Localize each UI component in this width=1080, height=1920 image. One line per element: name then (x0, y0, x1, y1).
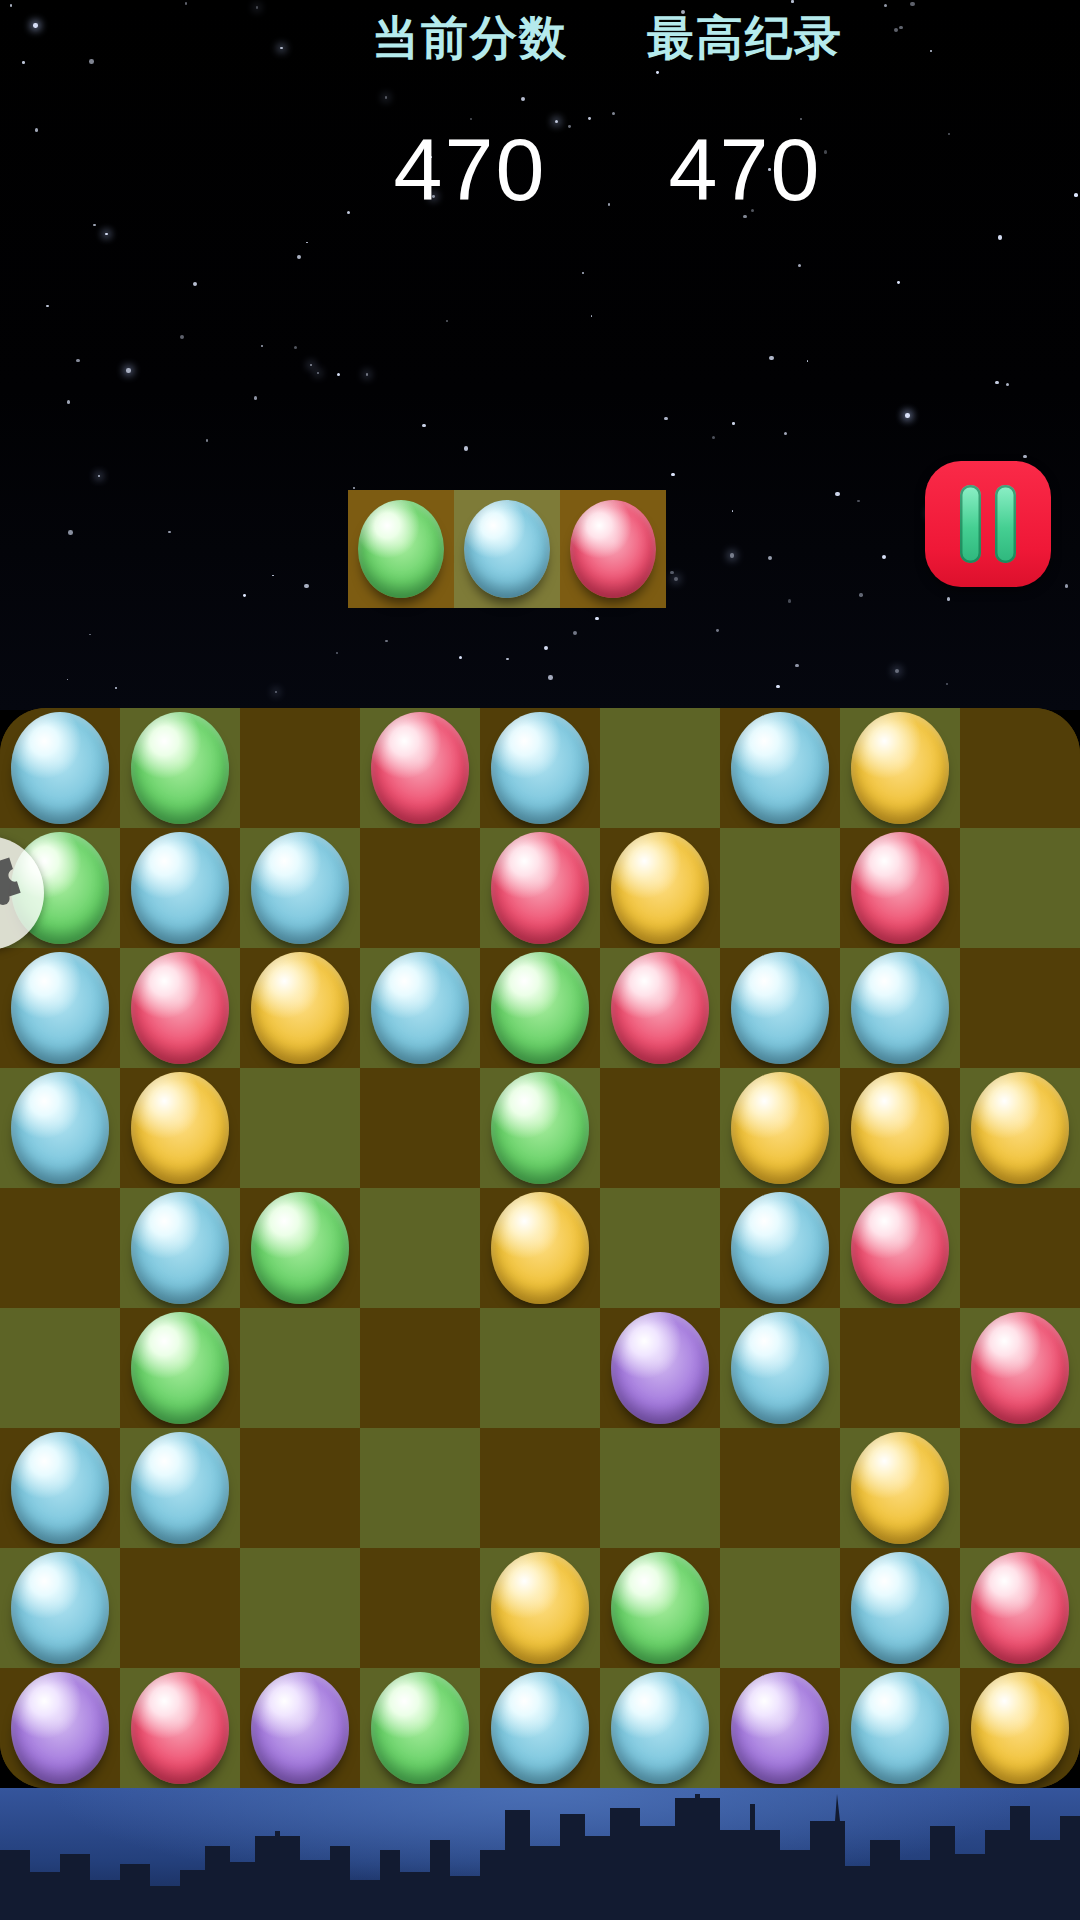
board-cell-r4c0[interactable] (0, 1188, 120, 1308)
board-cell-r5c5[interactable] (600, 1308, 720, 1428)
star (769, 356, 774, 361)
board-cell-r2c6[interactable] (720, 948, 840, 1068)
board-cell-r8c3[interactable] (360, 1668, 480, 1788)
board-cell-r2c3[interactable] (360, 948, 480, 1068)
star (946, 683, 948, 685)
blue-ball[interactable] (731, 712, 829, 824)
board-cell-r6c4[interactable] (480, 1428, 600, 1548)
blue-ball[interactable] (851, 952, 949, 1064)
star (1074, 193, 1078, 197)
star (998, 235, 1003, 240)
star (807, 360, 808, 361)
board-cell-r5c0[interactable] (0, 1308, 120, 1428)
star (664, 417, 667, 420)
board-cell-r5c6[interactable] (720, 1308, 840, 1428)
star (859, 593, 862, 596)
star (275, 691, 277, 693)
star (1065, 584, 1068, 587)
star (895, 669, 899, 673)
red-ball[interactable] (491, 832, 589, 944)
green-ball[interactable] (131, 1312, 229, 1424)
star (294, 346, 298, 350)
board-cell-r0c0[interactable] (0, 708, 120, 828)
pause-button[interactable] (925, 461, 1051, 587)
red-ball[interactable] (131, 952, 229, 1064)
board-cell-r8c1[interactable] (120, 1668, 240, 1788)
star (573, 631, 577, 635)
green-ball[interactable] (371, 1672, 469, 1784)
green-ball[interactable] (611, 1552, 709, 1664)
board-cell-r8c8[interactable] (960, 1668, 1080, 1788)
blue-ball[interactable] (11, 1552, 109, 1664)
star (168, 531, 170, 533)
star (730, 553, 734, 557)
star (317, 372, 320, 375)
star (33, 23, 37, 27)
board-cell-r8c0[interactable] (0, 1668, 120, 1788)
best-score-label: 最高纪录 (545, 8, 945, 68)
board-cell-r6c2[interactable] (240, 1428, 360, 1548)
board-cell-r4c1[interactable] (120, 1188, 240, 1308)
board-cell-r3c2[interactable] (240, 1068, 360, 1188)
board-cell-r8c5[interactable] (600, 1668, 720, 1788)
purple-ball[interactable] (731, 1672, 829, 1784)
star (882, 555, 886, 559)
board-cell-r4c2[interactable] (240, 1188, 360, 1308)
yellow-ball[interactable] (851, 712, 949, 824)
board-cell-r2c4[interactable] (480, 948, 600, 1068)
board-cell-r5c1[interactable] (120, 1308, 240, 1428)
board-cell-r1c4[interactable] (480, 828, 600, 948)
board-cell-r8c2[interactable] (240, 1668, 360, 1788)
star (582, 272, 584, 274)
purple-ball[interactable] (611, 1312, 709, 1424)
board-cell-r4c5[interactable] (600, 1188, 720, 1308)
star (98, 475, 100, 477)
board-cell-r7c1[interactable] (120, 1548, 240, 1668)
star (768, 556, 772, 560)
yellow-ball[interactable] (971, 1672, 1069, 1784)
board-cell-r3c5[interactable] (600, 1068, 720, 1188)
board-cell-r6c7[interactable] (840, 1428, 960, 1548)
star (591, 315, 593, 317)
board-cell-r0c6[interactable] (720, 708, 840, 828)
board-cell-r6c3[interactable] (360, 1428, 480, 1548)
star (548, 675, 553, 680)
star (89, 59, 94, 64)
blue-ball[interactable] (11, 952, 109, 1064)
red-ball[interactable] (971, 1312, 1069, 1424)
star (22, 61, 25, 64)
star (67, 400, 71, 404)
board-cell-r7c7[interactable] (840, 1548, 960, 1668)
blue-ball[interactable] (851, 1672, 949, 1784)
star (1006, 383, 1010, 387)
star (67, 679, 68, 680)
star (732, 422, 735, 425)
star (835, 492, 839, 496)
star (304, 584, 308, 588)
red-ball[interactable] (131, 1672, 229, 1784)
board-cell-r7c8[interactable] (960, 1548, 1080, 1668)
board-cell-r1c3[interactable] (360, 828, 480, 948)
star (905, 413, 910, 418)
star (126, 368, 130, 372)
board-cell-r1c8[interactable] (960, 828, 1080, 948)
green-ball[interactable] (131, 712, 229, 824)
star (798, 264, 801, 267)
board-cell-r2c1[interactable] (120, 948, 240, 1068)
blue-ball[interactable] (731, 1192, 829, 1304)
board-cell-r5c7[interactable] (840, 1308, 960, 1428)
star (243, 594, 246, 597)
blue-ball[interactable] (851, 1552, 949, 1664)
next-green-ball (358, 500, 444, 598)
yellow-ball[interactable] (851, 1432, 949, 1544)
star (193, 282, 197, 286)
blue-ball[interactable] (611, 1672, 709, 1784)
star (261, 345, 263, 347)
board-cell-r5c4[interactable] (480, 1308, 600, 1428)
board-cell-r3c4[interactable] (480, 1068, 600, 1188)
star (105, 233, 107, 235)
next-ball-cell (348, 490, 454, 608)
board-cell-r0c4[interactable] (480, 708, 600, 828)
board-cell-r0c7[interactable] (840, 708, 960, 828)
next-ball-cell (454, 490, 560, 608)
star (310, 364, 312, 366)
board-cell-r2c0[interactable] (0, 948, 120, 1068)
blue-ball[interactable] (251, 832, 349, 944)
next-blue-ball (464, 500, 550, 598)
board-cell-r8c4[interactable] (480, 1668, 600, 1788)
star (446, 320, 448, 322)
yellow-ball[interactable] (491, 1552, 589, 1664)
star (716, 629, 719, 632)
blue-ball[interactable] (131, 832, 229, 944)
star (732, 510, 734, 512)
board-cell-r2c5[interactable] (600, 948, 720, 1068)
star (206, 439, 208, 441)
board-cell-r1c2[interactable] (240, 828, 360, 948)
board-cell-r6c5[interactable] (600, 1428, 720, 1548)
board-cell-r7c0[interactable] (0, 1548, 120, 1668)
star (185, 2, 188, 5)
board-cell-r7c4[interactable] (480, 1548, 600, 1668)
yellow-ball[interactable] (731, 1072, 829, 1184)
green-ball[interactable] (251, 1192, 349, 1304)
purple-ball[interactable] (251, 1672, 349, 1784)
blue-ball[interactable] (131, 1192, 229, 1304)
red-ball[interactable] (611, 952, 709, 1064)
board-cell-r7c3[interactable] (360, 1548, 480, 1668)
red-ball[interactable] (371, 712, 469, 824)
blue-ball[interactable] (11, 1072, 109, 1184)
board-cell-r5c3[interactable] (360, 1308, 480, 1428)
board-cell-r0c5[interactable] (600, 708, 720, 828)
board-cell-r8c7[interactable] (840, 1668, 960, 1788)
star (897, 281, 900, 284)
star (336, 652, 338, 654)
green-ball[interactable] (491, 952, 589, 1064)
star (1023, 455, 1027, 459)
board-cell-r4c6[interactable] (720, 1188, 840, 1308)
star (46, 305, 48, 307)
board-cell-r1c6[interactable] (720, 828, 840, 948)
star (93, 224, 95, 226)
star (712, 436, 715, 439)
red-ball[interactable] (971, 1552, 1069, 1664)
game-screen: 当前分数 470 最高纪录 470 (0, 0, 1080, 1920)
blue-ball[interactable] (11, 712, 109, 824)
board-cell-r0c8[interactable] (960, 708, 1080, 828)
star (35, 128, 39, 132)
board-cell-r7c2[interactable] (240, 1548, 360, 1668)
star (595, 617, 598, 620)
star (544, 646, 548, 650)
star (297, 255, 301, 259)
board-cell-r0c1[interactable] (120, 708, 240, 828)
board-cell-r7c5[interactable] (600, 1548, 720, 1668)
star (674, 577, 678, 581)
blue-ball[interactable] (131, 1432, 229, 1544)
star (671, 473, 674, 476)
board-cell-r4c3[interactable] (360, 1188, 480, 1308)
purple-ball[interactable] (11, 1672, 109, 1784)
pause-icon (960, 485, 981, 563)
yellow-ball[interactable] (251, 952, 349, 1064)
board-cell-r2c7[interactable] (840, 948, 960, 1068)
star (788, 599, 791, 602)
board-cell-r4c8[interactable] (960, 1188, 1080, 1308)
yellow-ball[interactable] (491, 1192, 589, 1304)
star (89, 634, 91, 636)
star (76, 359, 79, 362)
board-cell-r3c8[interactable] (960, 1068, 1080, 1188)
red-ball[interactable] (851, 832, 949, 944)
blue-ball[interactable] (491, 1672, 589, 1784)
board-cell-r3c7[interactable] (840, 1068, 960, 1188)
star (784, 432, 787, 435)
board-cell-r4c7[interactable] (840, 1188, 960, 1308)
board-cell-r1c1[interactable] (120, 828, 240, 948)
board-cell-r6c6[interactable] (720, 1428, 840, 1548)
star (180, 335, 185, 340)
blue-ball[interactable] (491, 712, 589, 824)
star (337, 373, 341, 377)
star (272, 575, 274, 577)
blue-ball[interactable] (11, 1432, 109, 1544)
yellow-ball[interactable] (131, 1072, 229, 1184)
star (776, 685, 779, 688)
board-cell-r6c0[interactable] (0, 1428, 120, 1548)
best-score-value: 470 (545, 126, 945, 214)
star (947, 597, 951, 601)
board-cell-r3c6[interactable] (720, 1068, 840, 1188)
board-cell-r0c2[interactable] (240, 708, 360, 828)
star (995, 381, 999, 385)
star (464, 446, 468, 450)
star (366, 373, 369, 376)
green-ball[interactable] (491, 1072, 589, 1184)
star (306, 242, 308, 244)
board-cell-r5c8[interactable] (960, 1308, 1080, 1428)
city-skyline (0, 1788, 1080, 1920)
blue-ball[interactable] (731, 1312, 829, 1424)
next-ball-cell (560, 490, 666, 608)
board-cell-r3c1[interactable] (120, 1068, 240, 1188)
star (254, 396, 258, 400)
star (795, 664, 798, 667)
best-score-block: 最高纪录 470 (545, 0, 945, 214)
star (459, 656, 462, 659)
pause-icon (995, 485, 1016, 563)
yellow-ball[interactable] (851, 1072, 949, 1184)
blue-ball[interactable] (731, 952, 829, 1064)
star (68, 530, 73, 535)
board-cell-r3c0[interactable] (0, 1068, 120, 1188)
board-cell-r2c8[interactable] (960, 948, 1080, 1068)
star (115, 687, 117, 689)
star (10, 4, 13, 7)
next-red-ball (570, 500, 656, 598)
star (506, 658, 509, 661)
star (422, 424, 426, 428)
star (385, 640, 388, 643)
assistant-bubble[interactable] (0, 836, 44, 950)
star (948, 133, 950, 135)
board-cell-r1c5[interactable] (600, 828, 720, 948)
blue-ball[interactable] (371, 952, 469, 1064)
next-balls-tray (348, 490, 666, 608)
star (857, 500, 859, 502)
board-cell-r6c8[interactable] (960, 1428, 1080, 1548)
puzzle-icon (0, 850, 40, 936)
red-ball[interactable] (851, 1192, 949, 1304)
yellow-ball[interactable] (611, 832, 709, 944)
board-cell-r5c2[interactable] (240, 1308, 360, 1428)
star (670, 571, 674, 575)
board-cell-r0c3[interactable] (360, 708, 480, 828)
yellow-ball[interactable] (971, 1072, 1069, 1184)
board-cell-r4c4[interactable] (480, 1188, 600, 1308)
board-cell-r1c7[interactable] (840, 828, 960, 948)
board-cell-r8c6[interactable] (720, 1668, 840, 1788)
star (256, 6, 258, 8)
board-cell-r2c2[interactable] (240, 948, 360, 1068)
board-cell-r7c6[interactable] (720, 1548, 840, 1668)
board-cell-r6c1[interactable] (120, 1428, 240, 1548)
board-cell-r3c3[interactable] (360, 1068, 480, 1188)
board (0, 708, 1080, 1788)
star (353, 487, 355, 489)
